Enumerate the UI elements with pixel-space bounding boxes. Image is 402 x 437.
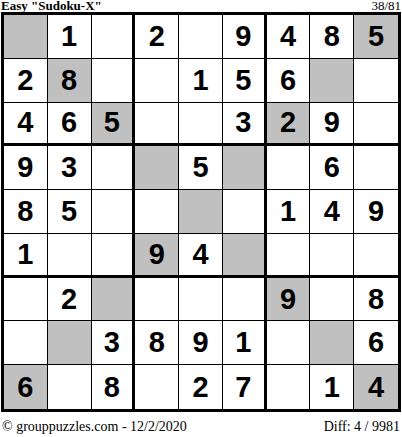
cell-r8c3: 3 bbox=[92, 321, 136, 365]
cell-r5c2: 5 bbox=[48, 190, 92, 234]
cell-r6c3[interactable] bbox=[92, 234, 136, 278]
difficulty-text: Diff: 4 / 9981 bbox=[324, 419, 400, 434]
cell-r6c8[interactable] bbox=[310, 234, 354, 278]
cell-r7c5[interactable] bbox=[179, 278, 223, 322]
cell-r7c3[interactable] bbox=[92, 278, 136, 322]
cell-r9c2[interactable] bbox=[48, 365, 92, 409]
cell-r2c6: 5 bbox=[223, 59, 267, 103]
cell-r7c4[interactable] bbox=[135, 278, 179, 322]
cell-r2c7: 6 bbox=[267, 59, 311, 103]
cell-r2c8[interactable] bbox=[310, 59, 354, 103]
cell-r1c1[interactable] bbox=[4, 15, 48, 59]
cell-r5c4[interactable] bbox=[135, 190, 179, 234]
cell-r7c8[interactable] bbox=[310, 278, 354, 322]
cell-r1c5[interactable] bbox=[179, 15, 223, 59]
cell-r7c6[interactable] bbox=[223, 278, 267, 322]
cell-r3c9[interactable] bbox=[354, 103, 398, 147]
cell-r6c6[interactable] bbox=[223, 234, 267, 278]
cell-r2c5: 1 bbox=[179, 59, 223, 103]
cell-r3c7: 2 bbox=[267, 103, 311, 147]
cell-r8c9: 6 bbox=[354, 321, 398, 365]
cell-r7c2: 2 bbox=[48, 278, 92, 322]
cell-r1c4: 2 bbox=[135, 15, 179, 59]
cell-r6c4: 9 bbox=[135, 234, 179, 278]
cell-r6c5: 4 bbox=[179, 234, 223, 278]
cell-r6c2[interactable] bbox=[48, 234, 92, 278]
cell-r1c7: 4 bbox=[267, 15, 311, 59]
cell-r9c6: 7 bbox=[223, 365, 267, 409]
cell-r4c6[interactable] bbox=[223, 146, 267, 190]
cell-r8c7[interactable] bbox=[267, 321, 311, 365]
cell-r8c8[interactable] bbox=[310, 321, 354, 365]
cell-r7c7: 9 bbox=[267, 278, 311, 322]
cell-r8c2[interactable] bbox=[48, 321, 92, 365]
cell-r2c4[interactable] bbox=[135, 59, 179, 103]
cell-r8c5: 9 bbox=[179, 321, 223, 365]
cell-r7c1[interactable] bbox=[4, 278, 48, 322]
cell-r3c1: 4 bbox=[4, 103, 48, 147]
footer: © grouppuzzles.com - 12/2/2020 Diff: 4 /… bbox=[0, 412, 402, 434]
cell-r1c3[interactable] bbox=[92, 15, 136, 59]
header: Easy "Sudoku-X" 38/81 bbox=[0, 0, 402, 12]
cell-r1c6: 9 bbox=[223, 15, 267, 59]
cell-r4c1: 9 bbox=[4, 146, 48, 190]
cell-r9c4[interactable] bbox=[135, 365, 179, 409]
cell-r8c4: 8 bbox=[135, 321, 179, 365]
cell-r4c5: 5 bbox=[179, 146, 223, 190]
sudoku-page: Easy "Sudoku-X" 38/81 129485281564653299… bbox=[0, 0, 402, 437]
cell-r2c3[interactable] bbox=[92, 59, 136, 103]
sudoku-board: 1294852815646532993568514919429838916682… bbox=[1, 12, 401, 412]
cell-r2c2: 8 bbox=[48, 59, 92, 103]
cell-r4c8: 6 bbox=[310, 146, 354, 190]
cell-r3c4[interactable] bbox=[135, 103, 179, 147]
cell-r9c1: 6 bbox=[4, 365, 48, 409]
cell-r4c4[interactable] bbox=[135, 146, 179, 190]
cell-r3c3: 5 bbox=[92, 103, 136, 147]
cell-r3c8: 9 bbox=[310, 103, 354, 147]
cell-r6c1: 1 bbox=[4, 234, 48, 278]
cells-remaining-counter: 38/81 bbox=[371, 0, 401, 12]
cell-r4c2: 3 bbox=[48, 146, 92, 190]
cell-r5c8: 4 bbox=[310, 190, 354, 234]
cell-r9c3: 8 bbox=[92, 365, 136, 409]
cell-r5c9: 9 bbox=[354, 190, 398, 234]
cell-r5c1: 8 bbox=[4, 190, 48, 234]
cell-r4c7[interactable] bbox=[267, 146, 311, 190]
cell-r3c6: 3 bbox=[223, 103, 267, 147]
cell-r4c9[interactable] bbox=[354, 146, 398, 190]
cell-r3c2: 6 bbox=[48, 103, 92, 147]
cell-r1c8: 8 bbox=[310, 15, 354, 59]
copyright-text: © grouppuzzles.com - 12/2/2020 bbox=[2, 419, 187, 434]
cell-r8c1[interactable] bbox=[4, 321, 48, 365]
cell-r7c9: 8 bbox=[354, 278, 398, 322]
cell-r2c9[interactable] bbox=[354, 59, 398, 103]
cell-r5c3[interactable] bbox=[92, 190, 136, 234]
cell-r9c5: 2 bbox=[179, 365, 223, 409]
cell-r9c7[interactable] bbox=[267, 365, 311, 409]
puzzle-title: Easy "Sudoku-X" bbox=[1, 0, 102, 12]
cell-r8c6: 1 bbox=[223, 321, 267, 365]
cell-r6c7[interactable] bbox=[267, 234, 311, 278]
cell-r9c9: 4 bbox=[354, 365, 398, 409]
cell-r6c9[interactable] bbox=[354, 234, 398, 278]
cell-r9c8: 1 bbox=[310, 365, 354, 409]
cell-r5c7: 1 bbox=[267, 190, 311, 234]
cell-r1c9: 5 bbox=[354, 15, 398, 59]
cell-r1c2: 1 bbox=[48, 15, 92, 59]
cell-r5c5[interactable] bbox=[179, 190, 223, 234]
cell-r5c6[interactable] bbox=[223, 190, 267, 234]
cell-r3c5[interactable] bbox=[179, 103, 223, 147]
cell-r2c1: 2 bbox=[4, 59, 48, 103]
cell-r4c3[interactable] bbox=[92, 146, 136, 190]
